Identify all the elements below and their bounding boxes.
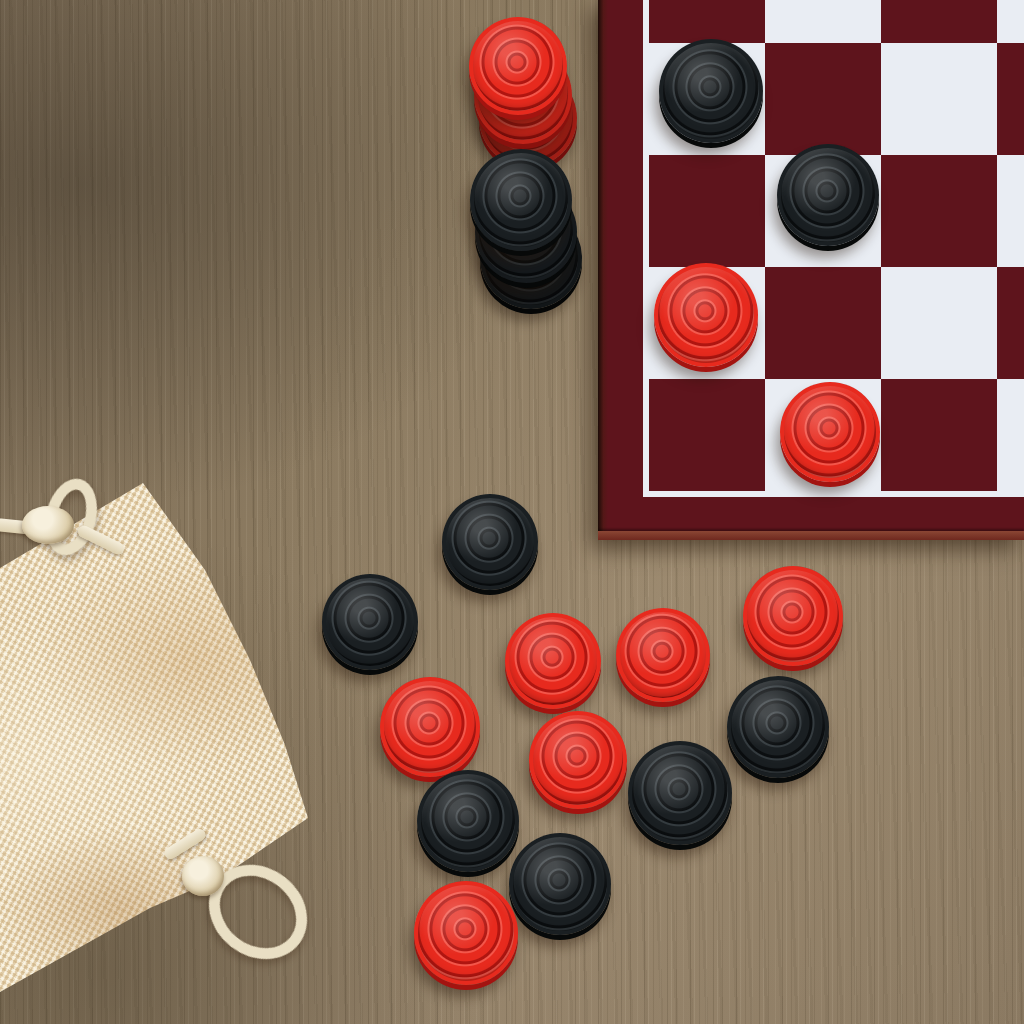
checker-piece-black-loose[interactable] bbox=[322, 574, 418, 670]
checker-piece-red-loose[interactable] bbox=[505, 613, 601, 709]
checker-piece-black-loose[interactable] bbox=[417, 770, 519, 872]
checker-piece-black-stacked[interactable] bbox=[470, 149, 572, 251]
checker-piece-red-on-board[interactable] bbox=[780, 382, 880, 482]
wood-table-surface bbox=[0, 0, 1024, 1024]
checker-piece-red-stacked[interactable] bbox=[469, 17, 567, 115]
checker-piece-black-on-board[interactable] bbox=[777, 144, 879, 246]
checker-piece-red-loose[interactable] bbox=[414, 881, 518, 985]
checker-piece-black-loose[interactable] bbox=[509, 833, 611, 935]
pieces-layer bbox=[0, 0, 1024, 1024]
checker-piece-red-loose[interactable] bbox=[380, 677, 480, 777]
checker-piece-black-on-board[interactable] bbox=[659, 39, 763, 143]
checker-piece-black-loose[interactable] bbox=[442, 494, 538, 590]
checker-piece-black-loose[interactable] bbox=[727, 676, 829, 778]
checker-piece-red-loose[interactable] bbox=[743, 566, 843, 666]
checker-piece-red-loose[interactable] bbox=[529, 711, 627, 809]
checker-piece-black-loose[interactable] bbox=[628, 741, 732, 845]
checker-piece-red-loose[interactable] bbox=[616, 608, 710, 702]
checker-piece-red-on-board[interactable] bbox=[654, 263, 758, 367]
